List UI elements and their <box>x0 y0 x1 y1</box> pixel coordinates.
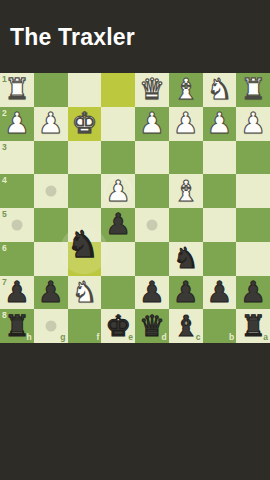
square-b7[interactable]: ♟ <box>203 276 237 310</box>
piece-white-queen[interactable]: ♛ <box>135 73 169 107</box>
square-b2[interactable]: ♟ <box>203 107 237 141</box>
square-h1[interactable]: 1♜ <box>0 73 34 107</box>
square-g4[interactable] <box>34 174 68 208</box>
piece-black-pawn[interactable]: ♟ <box>203 276 237 310</box>
piece-white-pawn[interactable]: ♟ <box>236 107 270 141</box>
square-c6[interactable]: ♞ <box>169 242 203 276</box>
move-hint-dot[interactable] <box>146 219 157 230</box>
square-f8[interactable]: f <box>68 309 102 343</box>
file-label: e <box>128 332 133 342</box>
piece-black-pawn[interactable]: ♟ <box>101 208 135 242</box>
square-e4[interactable]: ♟ <box>101 174 135 208</box>
piece-white-pawn[interactable]: ♟ <box>169 107 203 141</box>
square-f4[interactable] <box>68 174 102 208</box>
square-f1[interactable] <box>68 73 102 107</box>
square-a2[interactable]: ♟ <box>236 107 270 141</box>
square-h6[interactable]: 6 <box>0 242 34 276</box>
square-h3[interactable]: 3 <box>0 141 34 175</box>
square-f2[interactable]: ♚ <box>68 107 102 141</box>
square-h2[interactable]: 2♟ <box>0 107 34 141</box>
square-d8[interactable]: d♛ <box>135 309 169 343</box>
square-b1[interactable]: ♞ <box>203 73 237 107</box>
piece-white-pawn[interactable]: ♟ <box>101 174 135 208</box>
piece-white-rook[interactable]: ♜ <box>236 73 270 107</box>
square-b5[interactable] <box>203 208 237 242</box>
square-f6[interactable]: ♞ <box>68 242 102 276</box>
square-a6[interactable] <box>236 242 270 276</box>
square-a3[interactable] <box>236 141 270 175</box>
square-d3[interactable] <box>135 141 169 175</box>
move-hint-dot[interactable] <box>11 219 22 230</box>
piece-white-pawn[interactable]: ♟ <box>135 107 169 141</box>
square-c4[interactable]: ♝ <box>169 174 203 208</box>
file-label: g <box>60 332 65 342</box>
piece-black-pawn[interactable]: ♟ <box>169 276 203 310</box>
square-a5[interactable] <box>236 208 270 242</box>
square-d7[interactable]: ♟ <box>135 276 169 310</box>
square-e1[interactable] <box>101 73 135 107</box>
file-label: h <box>27 332 32 342</box>
piece-white-king[interactable]: ♚ <box>68 107 102 141</box>
piece-white-bishop[interactable]: ♝ <box>169 73 203 107</box>
square-d5[interactable] <box>135 208 169 242</box>
square-c3[interactable] <box>169 141 203 175</box>
square-f7[interactable]: ♞ <box>68 276 102 310</box>
square-e3[interactable] <box>101 141 135 175</box>
piece-white-bishop[interactable]: ♝ <box>169 174 203 208</box>
square-c8[interactable]: c♝ <box>169 309 203 343</box>
piece-black-pawn[interactable]: ♟ <box>135 276 169 310</box>
square-g1[interactable] <box>34 73 68 107</box>
square-b6[interactable] <box>203 242 237 276</box>
move-hint-dot[interactable] <box>45 186 56 197</box>
chess-board[interactable]: 1♜♛♝♞♜2♟♟♚♟♟♟♟34♟♝5♟6♞♞7♟♟♞♟♟♟♟8h♜gfe♚d♛… <box>0 73 270 343</box>
file-label: f <box>96 332 99 342</box>
piece-black-knight[interactable]: ♞ <box>169 242 203 276</box>
move-hint-dot[interactable] <box>45 321 56 332</box>
square-h5[interactable]: 5 <box>0 208 34 242</box>
square-a8[interactable]: a♜ <box>236 309 270 343</box>
rank-label: 3 <box>2 142 7 152</box>
square-h8[interactable]: 8h♜ <box>0 309 34 343</box>
piece-black-knight[interactable]: ♞ <box>61 224 104 267</box>
screen: The Traxler 1♜♛♝♞♜2♟♟♚♟♟♟♟34♟♝5♟6♞♞7♟♟♞♟… <box>0 0 270 480</box>
piece-white-pawn[interactable]: ♟ <box>34 107 68 141</box>
square-e2[interactable] <box>101 107 135 141</box>
piece-black-pawn[interactable]: ♟ <box>34 276 68 310</box>
square-g8[interactable]: g <box>34 309 68 343</box>
piece-white-pawn[interactable]: ♟ <box>203 107 237 141</box>
square-f3[interactable] <box>68 141 102 175</box>
square-d4[interactable] <box>135 174 169 208</box>
square-c2[interactable]: ♟ <box>169 107 203 141</box>
square-b8[interactable]: b <box>203 309 237 343</box>
file-label: d <box>162 332 167 342</box>
square-b3[interactable] <box>203 141 237 175</box>
piece-black-pawn[interactable]: ♟ <box>236 276 270 310</box>
bottom-spacer <box>0 343 270 480</box>
square-g3[interactable] <box>34 141 68 175</box>
square-d1[interactable]: ♛ <box>135 73 169 107</box>
square-a7[interactable]: ♟ <box>236 276 270 310</box>
square-c1[interactable]: ♝ <box>169 73 203 107</box>
square-h4[interactable]: 4 <box>0 174 34 208</box>
file-label: b <box>229 332 234 342</box>
rank-label: 2 <box>2 108 7 118</box>
square-g7[interactable]: ♟ <box>34 276 68 310</box>
rank-label: 6 <box>2 243 7 253</box>
file-label: c <box>196 332 201 342</box>
square-d6[interactable] <box>135 242 169 276</box>
square-e5[interactable]: ♟ <box>101 208 135 242</box>
page-title: The Traxler <box>10 24 135 51</box>
square-a1[interactable]: ♜ <box>236 73 270 107</box>
rank-label: 4 <box>2 175 7 185</box>
rank-label: 8 <box>2 310 7 320</box>
square-d2[interactable]: ♟ <box>135 107 169 141</box>
square-b4[interactable] <box>203 174 237 208</box>
square-c7[interactable]: ♟ <box>169 276 203 310</box>
rank-label: 1 <box>2 74 7 84</box>
piece-white-knight[interactable]: ♞ <box>203 73 237 107</box>
square-g2[interactable]: ♟ <box>34 107 68 141</box>
rank-label: 5 <box>2 209 7 219</box>
square-h7[interactable]: 7♟ <box>0 276 34 310</box>
rank-label: 7 <box>2 277 7 287</box>
square-e7[interactable] <box>101 276 135 310</box>
square-e8[interactable]: e♚ <box>101 309 135 343</box>
piece-white-knight[interactable]: ♞ <box>68 276 102 310</box>
square-a4[interactable] <box>236 174 270 208</box>
file-label: a <box>263 332 268 342</box>
title-bar: The Traxler <box>0 0 270 73</box>
square-c5[interactable] <box>169 208 203 242</box>
